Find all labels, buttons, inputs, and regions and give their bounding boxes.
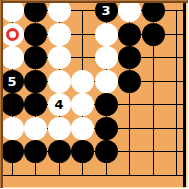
black-stone xyxy=(1,140,24,163)
intersection-c1-r4[interactable]: 5 xyxy=(0,69,24,93)
black-stone xyxy=(24,0,47,22)
intersection-c2-r1[interactable] xyxy=(24,0,48,22)
intersection-c4-r6[interactable] xyxy=(71,116,95,140)
intersection-c4-r5[interactable] xyxy=(71,93,95,117)
black-stone xyxy=(1,93,24,116)
black-stone xyxy=(142,0,165,22)
black-stone xyxy=(142,23,165,46)
intersection-c6-r4[interactable] xyxy=(118,69,142,93)
black-stone xyxy=(48,140,71,163)
intersection-c1-r1[interactable] xyxy=(0,0,24,22)
intersection-c2-r7[interactable] xyxy=(24,140,48,164)
intersection-c3-r3[interactable] xyxy=(47,46,71,70)
board-outer-strip-bottom xyxy=(3,187,188,189)
intersection-c8-r5[interactable] xyxy=(165,93,188,117)
black-stone xyxy=(24,23,47,46)
white-stone xyxy=(95,70,118,93)
white-stone xyxy=(1,23,24,46)
intersection-c1-r2[interactable] xyxy=(0,22,24,46)
intersection-c7-r4[interactable] xyxy=(141,69,165,93)
intersection-c5-r4[interactable] xyxy=(94,69,118,93)
intersection-c2-r3[interactable] xyxy=(24,46,48,70)
black-stone xyxy=(24,70,47,93)
intersection-c5-r1[interactable]: 3 xyxy=(94,0,118,22)
board-outer-strip-right xyxy=(186,3,189,188)
intersection-c5-r6[interactable] xyxy=(94,116,118,140)
intersection-c8-r7[interactable] xyxy=(165,140,188,164)
intersection-c3-r7[interactable] xyxy=(47,140,71,164)
board-edge-top xyxy=(0,0,188,3)
intersection-c4-r4[interactable] xyxy=(71,69,95,93)
intersection-c2-r4[interactable] xyxy=(24,69,48,93)
intersection-c8-r4[interactable] xyxy=(165,69,188,93)
intersection-c2-r6[interactable] xyxy=(24,116,48,140)
black-stone xyxy=(118,23,141,46)
white-stone xyxy=(95,46,118,69)
intersection-c2-r8[interactable] xyxy=(24,163,48,187)
intersection-c3-r2[interactable] xyxy=(47,22,71,46)
intersection-c7-r6[interactable] xyxy=(141,116,165,140)
white-stone xyxy=(1,117,24,140)
white-stone xyxy=(95,23,118,46)
white-stone xyxy=(1,0,24,22)
intersection-c1-r3[interactable] xyxy=(0,46,24,70)
intersection-c8-r6[interactable] xyxy=(165,116,188,140)
intersection-c6-r2[interactable] xyxy=(118,22,142,46)
intersection-c7-r1[interactable] xyxy=(141,0,165,22)
intersection-c3-r1[interactable] xyxy=(47,0,71,22)
black-stone xyxy=(71,140,94,163)
white-stone xyxy=(24,117,47,140)
board-edge-left xyxy=(0,0,3,188)
intersection-c2-r5[interactable] xyxy=(24,93,48,117)
black-stone xyxy=(118,46,141,69)
intersection-c5-r8[interactable] xyxy=(94,163,118,187)
intersection-c8-r1[interactable] xyxy=(165,0,188,22)
black-stone xyxy=(24,140,47,163)
intersection-c4-r1[interactable] xyxy=(71,0,95,22)
black-stone: 3 xyxy=(95,0,118,22)
intersection-c7-r5[interactable] xyxy=(141,93,165,117)
move-number-label: 4 xyxy=(54,98,63,111)
intersection-c5-r5[interactable] xyxy=(94,93,118,117)
white-stone xyxy=(48,46,71,69)
intersection-c1-r8[interactable] xyxy=(0,163,24,187)
intersection-c7-r7[interactable] xyxy=(141,140,165,164)
intersection-c2-r2[interactable] xyxy=(24,22,48,46)
intersection-c7-r3[interactable] xyxy=(141,46,165,70)
intersection-c4-r2[interactable] xyxy=(71,22,95,46)
intersection-c5-r7[interactable] xyxy=(94,140,118,164)
black-stone: 5 xyxy=(1,70,24,93)
white-stone xyxy=(48,23,71,46)
intersection-c7-r2[interactable] xyxy=(141,22,165,46)
intersection-c3-r8[interactable] xyxy=(47,163,71,187)
white-stone: 4 xyxy=(48,93,71,116)
move-number-label: 3 xyxy=(101,4,110,17)
intersection-c4-r8[interactable] xyxy=(71,163,95,187)
black-stone xyxy=(95,117,118,140)
intersection-c6-r1[interactable] xyxy=(118,0,142,22)
intersection-c8-r8[interactable] xyxy=(165,163,188,187)
black-stone xyxy=(118,70,141,93)
intersection-c6-r5[interactable] xyxy=(118,93,142,117)
white-stone xyxy=(71,117,94,140)
intersection-c1-r5[interactable] xyxy=(0,93,24,117)
black-stone xyxy=(95,93,118,116)
intersection-c3-r5[interactable]: 4 xyxy=(47,93,71,117)
intersection-c7-r8[interactable] xyxy=(141,163,165,187)
intersection-c6-r7[interactable] xyxy=(118,140,142,164)
intersection-c3-r6[interactable] xyxy=(47,116,71,140)
intersection-c6-r8[interactable] xyxy=(118,163,142,187)
black-stone xyxy=(95,140,118,163)
move-number-label: 5 xyxy=(7,75,16,88)
white-stone xyxy=(71,70,94,93)
intersection-c8-r2[interactable] xyxy=(165,22,188,46)
intersection-c5-r2[interactable] xyxy=(94,22,118,46)
intersection-c1-r6[interactable] xyxy=(0,116,24,140)
intersection-c5-r3[interactable] xyxy=(94,46,118,70)
intersection-c6-r3[interactable] xyxy=(118,46,142,70)
circle-marker xyxy=(6,28,19,41)
white-stone xyxy=(118,0,141,22)
white-stone xyxy=(48,117,71,140)
intersection-c4-r3[interactable] xyxy=(71,46,95,70)
go-board: 354 xyxy=(0,0,188,188)
white-stone xyxy=(48,70,71,93)
intersection-c8-r3[interactable] xyxy=(165,46,188,70)
white-stone xyxy=(71,93,94,116)
intersection-c4-r7[interactable] xyxy=(71,140,95,164)
black-stone xyxy=(24,46,47,69)
white-stone xyxy=(1,46,24,69)
intersection-c6-r6[interactable] xyxy=(118,116,142,140)
white-stone xyxy=(48,0,71,22)
intersection-c3-r4[interactable] xyxy=(47,69,71,93)
intersection-c1-r7[interactable] xyxy=(0,140,24,164)
black-stone xyxy=(24,93,47,116)
board-grid: 354 xyxy=(0,0,188,187)
